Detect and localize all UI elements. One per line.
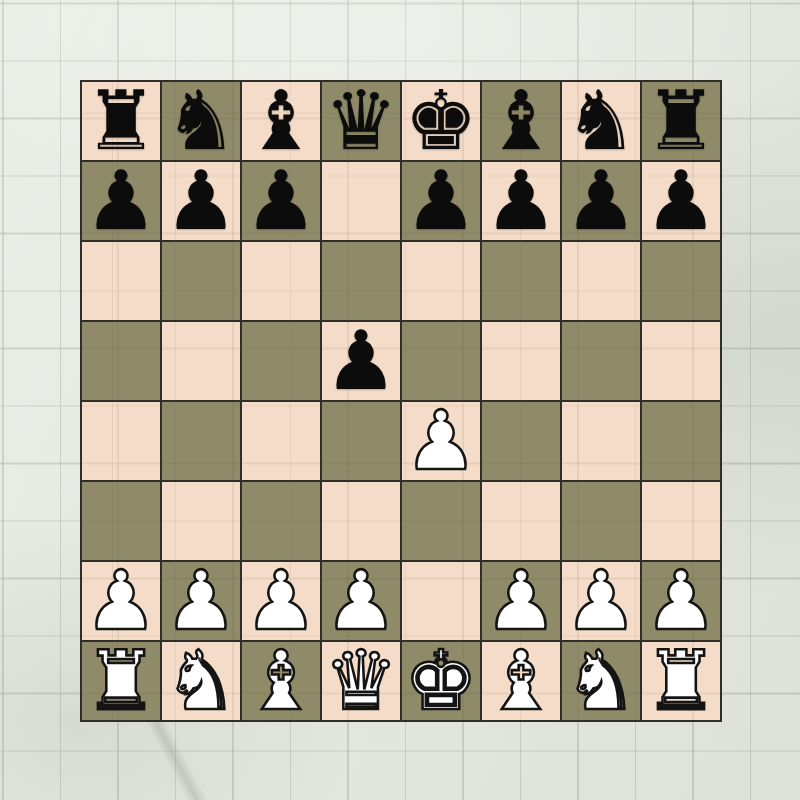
piece-black-bishop[interactable]: ♝ (244, 82, 318, 160)
piece-black-knight[interactable]: ♞ (564, 82, 638, 160)
square-d7[interactable] (322, 162, 400, 240)
square-a4[interactable] (82, 402, 160, 480)
piece-black-pawn[interactable]: ♟ (164, 162, 238, 240)
piece-white-knight[interactable]: ♞ (164, 642, 238, 720)
piece-white-queen[interactable]: ♛ (324, 642, 398, 720)
square-b5[interactable] (162, 322, 240, 400)
square-a3[interactable] (82, 482, 160, 560)
square-c4[interactable] (242, 402, 320, 480)
piece-white-pawn[interactable]: ♟ (244, 562, 318, 640)
square-b8[interactable]: ♞ (162, 82, 240, 160)
square-c3[interactable] (242, 482, 320, 560)
piece-white-bishop[interactable]: ♝ (244, 642, 318, 720)
square-h8[interactable]: ♜ (642, 82, 720, 160)
square-a2[interactable]: ♟ (82, 562, 160, 640)
square-b1[interactable]: ♞ (162, 642, 240, 720)
piece-white-king[interactable]: ♚ (404, 642, 478, 720)
chess-board[interactable]: ♜♞♝♛♚♝♞♜♟♟♟♟♟♟♟♟♟♟♟♟♟♟♟♟♜♞♝♛♚♝♞♜ (80, 80, 722, 722)
square-g8[interactable]: ♞ (562, 82, 640, 160)
piece-white-pawn[interactable]: ♟ (324, 562, 398, 640)
piece-black-pawn[interactable]: ♟ (244, 162, 318, 240)
square-d8[interactable]: ♛ (322, 82, 400, 160)
square-g6[interactable] (562, 242, 640, 320)
piece-white-rook[interactable]: ♜ (84, 642, 158, 720)
square-d6[interactable] (322, 242, 400, 320)
square-c6[interactable] (242, 242, 320, 320)
piece-white-pawn[interactable]: ♟ (84, 562, 158, 640)
square-f6[interactable] (482, 242, 560, 320)
square-f2[interactable]: ♟ (482, 562, 560, 640)
piece-black-pawn[interactable]: ♟ (324, 322, 398, 400)
square-d5[interactable]: ♟ (322, 322, 400, 400)
piece-black-rook[interactable]: ♜ (644, 82, 718, 160)
piece-white-pawn[interactable]: ♟ (484, 562, 558, 640)
square-f3[interactable] (482, 482, 560, 560)
square-h3[interactable] (642, 482, 720, 560)
piece-black-bishop[interactable]: ♝ (484, 82, 558, 160)
piece-black-king[interactable]: ♚ (404, 82, 478, 160)
square-e8[interactable]: ♚ (402, 82, 480, 160)
square-b2[interactable]: ♟ (162, 562, 240, 640)
square-e2[interactable] (402, 562, 480, 640)
square-g4[interactable] (562, 402, 640, 480)
square-a6[interactable] (82, 242, 160, 320)
square-h4[interactable] (642, 402, 720, 480)
piece-white-pawn[interactable]: ♟ (564, 562, 638, 640)
square-e4[interactable]: ♟ (402, 402, 480, 480)
piece-black-knight[interactable]: ♞ (164, 82, 238, 160)
square-e3[interactable] (402, 482, 480, 560)
square-g2[interactable]: ♟ (562, 562, 640, 640)
square-e1[interactable]: ♚ (402, 642, 480, 720)
square-g1[interactable]: ♞ (562, 642, 640, 720)
piece-black-pawn[interactable]: ♟ (84, 162, 158, 240)
square-e5[interactable] (402, 322, 480, 400)
paper-background: ♜♞♝♛♚♝♞♜♟♟♟♟♟♟♟♟♟♟♟♟♟♟♟♟♜♞♝♛♚♝♞♜ (0, 0, 800, 800)
piece-white-pawn[interactable]: ♟ (404, 402, 478, 480)
piece-black-rook[interactable]: ♜ (84, 82, 158, 160)
square-g3[interactable] (562, 482, 640, 560)
square-f5[interactable] (482, 322, 560, 400)
piece-white-rook[interactable]: ♜ (644, 642, 718, 720)
square-h1[interactable]: ♜ (642, 642, 720, 720)
square-a7[interactable]: ♟ (82, 162, 160, 240)
square-h5[interactable] (642, 322, 720, 400)
square-a1[interactable]: ♜ (82, 642, 160, 720)
square-c2[interactable]: ♟ (242, 562, 320, 640)
square-f4[interactable] (482, 402, 560, 480)
square-c1[interactable]: ♝ (242, 642, 320, 720)
square-e7[interactable]: ♟ (402, 162, 480, 240)
square-d3[interactable] (322, 482, 400, 560)
square-b4[interactable] (162, 402, 240, 480)
square-c5[interactable] (242, 322, 320, 400)
square-c8[interactable]: ♝ (242, 82, 320, 160)
square-e6[interactable] (402, 242, 480, 320)
piece-black-pawn[interactable]: ♟ (484, 162, 558, 240)
piece-black-pawn[interactable]: ♟ (644, 162, 718, 240)
square-h7[interactable]: ♟ (642, 162, 720, 240)
piece-white-bishop[interactable]: ♝ (484, 642, 558, 720)
square-f7[interactable]: ♟ (482, 162, 560, 240)
square-b7[interactable]: ♟ (162, 162, 240, 240)
square-f1[interactable]: ♝ (482, 642, 560, 720)
square-g7[interactable]: ♟ (562, 162, 640, 240)
square-c7[interactable]: ♟ (242, 162, 320, 240)
square-a5[interactable] (82, 322, 160, 400)
piece-white-knight[interactable]: ♞ (564, 642, 638, 720)
square-a8[interactable]: ♜ (82, 82, 160, 160)
square-g5[interactable] (562, 322, 640, 400)
piece-black-queen[interactable]: ♛ (324, 82, 398, 160)
piece-black-pawn[interactable]: ♟ (404, 162, 478, 240)
square-d2[interactable]: ♟ (322, 562, 400, 640)
square-h2[interactable]: ♟ (642, 562, 720, 640)
square-b6[interactable] (162, 242, 240, 320)
square-f8[interactable]: ♝ (482, 82, 560, 160)
square-b3[interactable] (162, 482, 240, 560)
square-h6[interactable] (642, 242, 720, 320)
piece-black-pawn[interactable]: ♟ (564, 162, 638, 240)
square-d4[interactable] (322, 402, 400, 480)
square-d1[interactable]: ♛ (322, 642, 400, 720)
piece-white-pawn[interactable]: ♟ (644, 562, 718, 640)
piece-white-pawn[interactable]: ♟ (164, 562, 238, 640)
